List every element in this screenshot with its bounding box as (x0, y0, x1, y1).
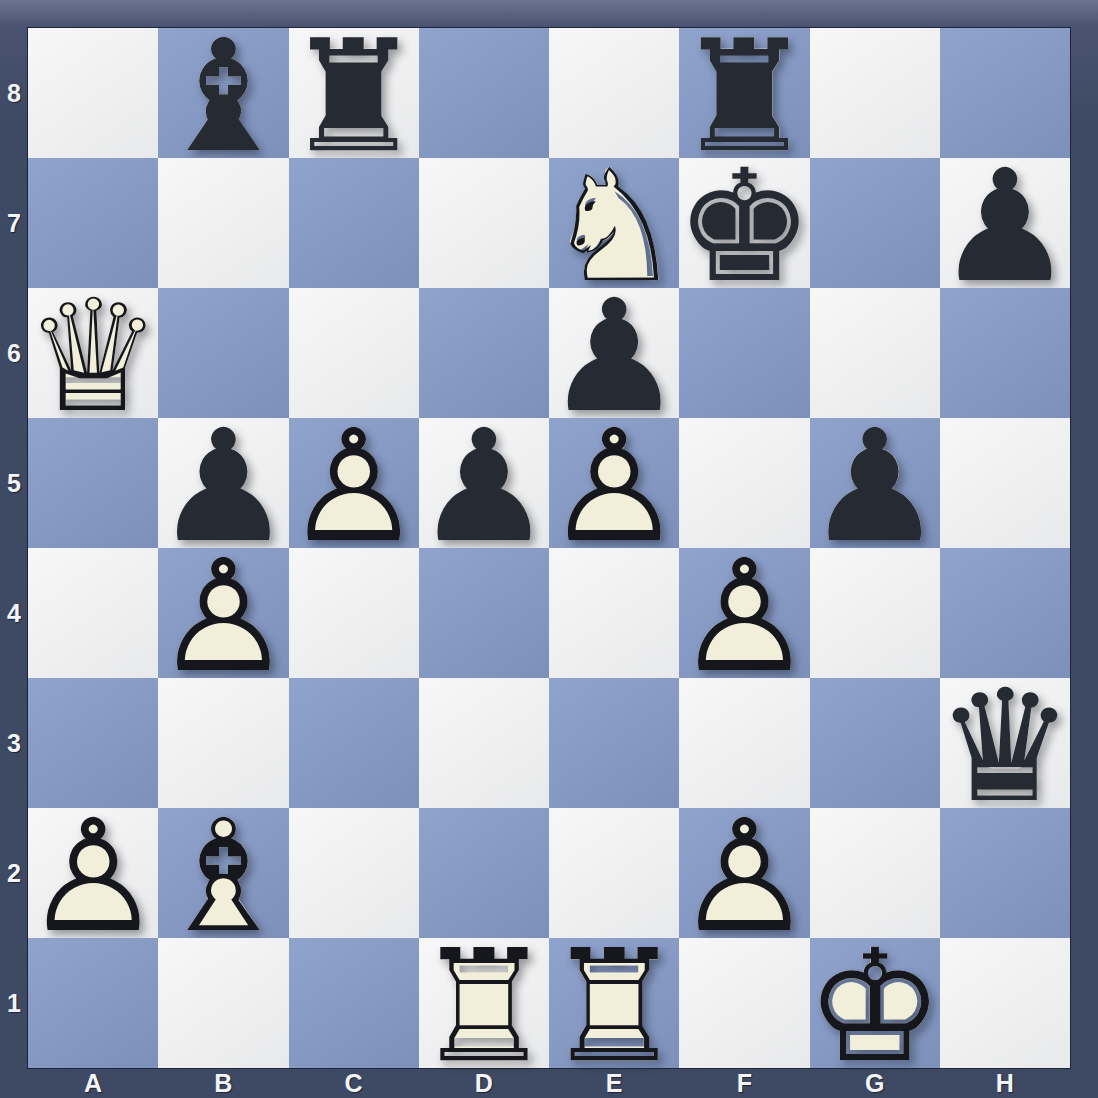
white-king: ♚♔ (810, 938, 940, 1068)
square-d7[interactable] (419, 158, 549, 288)
file-label-D: D (419, 1068, 549, 1098)
square-c4[interactable] (289, 548, 419, 678)
white-pawn: ♟♙ (28, 808, 158, 938)
chess-board: ♗♝♖♜♖♜♞♘♔♚♙♟♛♕♙♟♙♟♟♙♙♟♟♙♙♟♟♙♟♙♕♛♟♙♝♗♟♙♜♖… (28, 28, 1070, 1068)
square-f2[interactable]: ♟♙ (679, 808, 809, 938)
square-a5[interactable] (28, 418, 158, 548)
black-bishop-glyph: ♝ (158, 31, 288, 161)
square-b4[interactable]: ♟♙ (158, 548, 288, 678)
white-pawn-glyph: ♙ (28, 811, 158, 941)
black-rook-glyph: ♜ (289, 31, 419, 161)
black-pawn-glyph: ♟ (940, 161, 1070, 291)
square-e1[interactable]: ♜♖ (549, 938, 679, 1068)
square-h5[interactable] (940, 418, 1070, 548)
square-e3[interactable] (549, 678, 679, 808)
white-pawn: ♟♙ (158, 548, 288, 678)
black-pawn: ♙♟ (940, 158, 1070, 288)
square-f4[interactable]: ♟♙ (679, 548, 809, 678)
white-king-glyph: ♔ (810, 941, 940, 1071)
square-e5[interactable]: ♟♙ (549, 418, 679, 548)
square-d3[interactable] (419, 678, 549, 808)
square-c7[interactable] (289, 158, 419, 288)
white-pawn-glyph: ♙ (679, 551, 809, 681)
file-labels: ABCDEFGH (28, 1068, 1070, 1098)
white-pawn: ♟♙ (679, 548, 809, 678)
chess-board-frame: 87654321 ♗♝♖♜♖♜♞♘♔♚♙♟♛♕♙♟♙♟♟♙♙♟♟♙♙♟♟♙♟♙♕… (0, 0, 1098, 1098)
white-pawn: ♟♙ (549, 418, 679, 548)
square-f7[interactable]: ♔♚ (679, 158, 809, 288)
square-f6[interactable] (679, 288, 809, 418)
white-rook-glyph: ♖ (419, 941, 549, 1071)
square-g4[interactable] (810, 548, 940, 678)
square-g7[interactable] (810, 158, 940, 288)
square-c2[interactable] (289, 808, 419, 938)
square-d4[interactable] (419, 548, 549, 678)
file-label-C: C (289, 1068, 419, 1098)
black-pawn: ♙♟ (419, 418, 549, 548)
square-c5[interactable]: ♟♙ (289, 418, 419, 548)
square-e4[interactable] (549, 548, 679, 678)
square-a4[interactable] (28, 548, 158, 678)
square-c1[interactable] (289, 938, 419, 1068)
white-pawn-glyph: ♙ (289, 421, 419, 551)
square-d5[interactable]: ♙♟ (419, 418, 549, 548)
black-pawn: ♙♟ (810, 418, 940, 548)
square-h2[interactable] (940, 808, 1070, 938)
square-c8[interactable]: ♖♜ (289, 28, 419, 158)
white-rook: ♜♖ (549, 938, 679, 1068)
black-queen: ♕♛ (940, 678, 1070, 808)
black-rook: ♖♜ (289, 28, 419, 158)
black-bishop: ♗♝ (158, 28, 288, 158)
square-b2[interactable]: ♝♗ (158, 808, 288, 938)
square-g3[interactable] (810, 678, 940, 808)
file-label-B: B (158, 1068, 288, 1098)
white-pawn-glyph: ♙ (549, 421, 679, 551)
square-a6[interactable]: ♛♕ (28, 288, 158, 418)
square-g5[interactable]: ♙♟ (810, 418, 940, 548)
square-h6[interactable] (940, 288, 1070, 418)
white-pawn: ♟♙ (289, 418, 419, 548)
black-king: ♔♚ (679, 158, 809, 288)
white-bishop-glyph: ♗ (158, 811, 288, 941)
white-queen-glyph: ♕ (28, 291, 158, 421)
square-h7[interactable]: ♙♟ (940, 158, 1070, 288)
square-a2[interactable]: ♟♙ (28, 808, 158, 938)
black-king-glyph: ♚ (679, 161, 809, 291)
square-d8[interactable] (419, 28, 549, 158)
rank-label-4: 4 (0, 548, 28, 678)
white-pawn-glyph: ♙ (679, 811, 809, 941)
file-label-H: H (940, 1068, 1070, 1098)
rank-label-8: 8 (0, 28, 28, 158)
white-rook-glyph: ♖ (549, 941, 679, 1071)
black-pawn-glyph: ♟ (419, 421, 549, 551)
file-label-E: E (549, 1068, 679, 1098)
white-rook: ♜♖ (419, 938, 549, 1068)
white-queen: ♛♕ (28, 288, 158, 418)
white-pawn-glyph: ♙ (158, 551, 288, 681)
file-label-G: G (810, 1068, 940, 1098)
square-a1[interactable] (28, 938, 158, 1068)
file-label-F: F (679, 1068, 809, 1098)
square-f1[interactable] (679, 938, 809, 1068)
white-pawn: ♟♙ (679, 808, 809, 938)
square-a8[interactable] (28, 28, 158, 158)
white-bishop: ♝♗ (158, 808, 288, 938)
square-b7[interactable] (158, 158, 288, 288)
square-b8[interactable]: ♗♝ (158, 28, 288, 158)
square-b1[interactable] (158, 938, 288, 1068)
square-g8[interactable] (810, 28, 940, 158)
square-h3[interactable]: ♕♛ (940, 678, 1070, 808)
square-d1[interactable]: ♜♖ (419, 938, 549, 1068)
square-c3[interactable] (289, 678, 419, 808)
file-label-A: A (28, 1068, 158, 1098)
black-pawn-glyph: ♟ (810, 421, 940, 551)
square-h1[interactable] (940, 938, 1070, 1068)
square-g1[interactable]: ♚♔ (810, 938, 940, 1068)
black-queen-glyph: ♛ (940, 681, 1070, 811)
